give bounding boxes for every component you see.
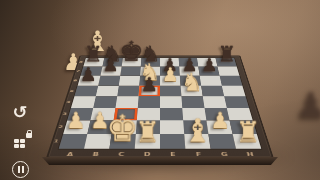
- file-label-E: E: [160, 152, 186, 158]
- white-pawn-e6[interactable]: ♟: [162, 65, 179, 84]
- black-pawn-g7[interactable]: ♟: [201, 56, 217, 74]
- chess-board-3d: ♜♞♚♞♜♟♟♟♟♟♞♟♟♞♟♟♟♚♜♝♜ ABCDEFGH12345678: [46, 55, 274, 158]
- rank-label-1: 1: [50, 134, 62, 149]
- board-front-edge: [42, 157, 278, 165]
- pause-icon: [22, 166, 24, 173]
- pause-icon: [18, 166, 20, 173]
- file-label-D: D: [134, 152, 160, 158]
- file-label-A: A: [56, 152, 83, 158]
- black-rook-a8[interactable]: ♜: [84, 44, 103, 65]
- game-table-background: ♝♟♟♟ ♜♞♚♞♜♟♟♟♟♟♞♟♟♞♟♟♟♚♜♝♜ ABCDEFGH12345…: [0, 0, 320, 180]
- undo-button[interactable]: ↺: [13, 102, 28, 122]
- rank-label-4: 4: [63, 96, 73, 108]
- rank-label-6: 6: [70, 76, 79, 86]
- white-king-c1[interactable]: ♚: [106, 111, 138, 147]
- black-pawn-d5[interactable]: ♟: [141, 75, 159, 95]
- white-pawn-g2[interactable]: ♟: [210, 110, 230, 132]
- white-pawn-a2[interactable]: ♟: [66, 110, 86, 132]
- board-grid-icon: [20, 139, 25, 143]
- black-pawn-a6[interactable]: ♟: [80, 65, 97, 84]
- white-bishop-f1[interactable]: ♝: [183, 115, 212, 147]
- white-rook-h1[interactable]: ♜: [235, 118, 260, 146]
- square-e3[interactable]: [160, 108, 183, 120]
- board-grid-icon: [20, 144, 25, 148]
- black-pawn-b7[interactable]: ♟: [102, 56, 118, 74]
- board-grid-icon: [14, 144, 19, 148]
- white-rook-d1[interactable]: ♜: [135, 118, 160, 146]
- file-label-H: H: [237, 152, 264, 158]
- file-label-B: B: [82, 152, 109, 158]
- black-rook-h8[interactable]: ♜: [217, 44, 236, 65]
- file-label-C: C: [108, 152, 134, 158]
- file-label-F: F: [186, 152, 212, 158]
- board-grid-icon: [14, 139, 19, 143]
- lock-icon: [26, 133, 32, 138]
- pause-button[interactable]: [12, 161, 29, 178]
- white-knight-f5[interactable]: ♞: [181, 70, 203, 95]
- rank-label-5: 5: [67, 86, 77, 97]
- file-label-G: G: [211, 152, 238, 158]
- captured-black-pawn: ♟: [295, 88, 320, 124]
- boards-lock-button[interactable]: [14, 137, 28, 149]
